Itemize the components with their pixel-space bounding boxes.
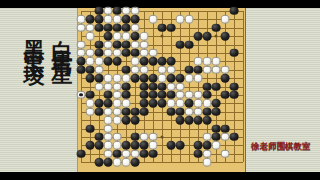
black-stone — [212, 99, 221, 107]
white-stone — [131, 57, 140, 65]
white-stone — [113, 133, 122, 141]
white-stone — [176, 91, 185, 99]
black-stone — [131, 49, 140, 57]
black-stone — [95, 133, 104, 141]
black-stone — [176, 40, 185, 48]
black-stone — [122, 116, 131, 124]
white-stone — [212, 66, 221, 74]
black-stone — [131, 141, 140, 149]
white-stone — [86, 57, 95, 65]
white-stone — [203, 150, 212, 158]
black-stone — [113, 57, 122, 65]
white-player-column: 白唐韦星 — [51, 23, 73, 55]
star-point — [161, 136, 164, 139]
black-stone — [230, 7, 239, 15]
last-move-marker — [79, 93, 82, 96]
white-stone — [194, 57, 203, 65]
black-stone — [185, 99, 194, 107]
white-stone — [113, 32, 122, 40]
black-stone — [131, 116, 140, 124]
white-stone — [104, 49, 113, 57]
white-stone — [140, 133, 149, 141]
black-stone — [212, 133, 221, 141]
black-stone — [185, 66, 194, 74]
white-stone — [122, 32, 131, 40]
white-stone — [113, 82, 122, 90]
black-stone — [176, 116, 185, 124]
black-stone — [221, 74, 230, 82]
black-stone — [131, 32, 140, 40]
white-stone — [167, 66, 176, 74]
white-stone — [113, 158, 122, 166]
black-stone — [113, 7, 122, 15]
black-stone — [149, 91, 158, 99]
black-stone — [140, 141, 149, 149]
black-stone — [194, 66, 203, 74]
white-stone — [149, 49, 158, 57]
white-stone — [122, 158, 131, 166]
black-stone — [140, 99, 149, 107]
black-stone — [95, 108, 104, 116]
white-stone — [122, 150, 131, 158]
black-stone — [122, 24, 131, 32]
black-stone — [95, 141, 104, 149]
white-stone — [122, 74, 131, 82]
black-stone — [95, 40, 104, 48]
white-stone — [95, 82, 104, 90]
black-stone — [185, 116, 194, 124]
black-stone — [167, 74, 176, 82]
white-stone — [104, 116, 113, 124]
black-stone — [86, 15, 95, 23]
black-stone — [86, 91, 95, 99]
white-stone — [131, 40, 140, 48]
black-stone — [113, 150, 122, 158]
black-stone — [122, 82, 131, 90]
black-stone — [140, 108, 149, 116]
black-stone — [122, 108, 131, 116]
black-stone — [122, 15, 131, 23]
black-stone — [158, 24, 167, 32]
marked-white-stone — [77, 91, 86, 99]
black-stone — [230, 49, 239, 57]
white-stone — [149, 141, 158, 149]
white-stone — [176, 82, 185, 90]
white-stone — [104, 141, 113, 149]
black-stone — [212, 24, 221, 32]
white-stone — [131, 66, 140, 74]
black-stone — [122, 40, 131, 48]
white-player-name: 唐韦星 — [50, 31, 74, 55]
black-stone — [230, 82, 239, 90]
black-stone — [167, 57, 176, 65]
white-stone — [149, 15, 158, 23]
white-stone — [203, 158, 212, 166]
white-stone — [104, 74, 113, 82]
black-stone — [95, 49, 104, 57]
black-stone — [131, 158, 140, 166]
black-stone — [140, 57, 149, 65]
white-stone — [194, 91, 203, 99]
black-stone — [131, 108, 140, 116]
black-stone — [203, 141, 212, 149]
black-stone — [221, 124, 230, 132]
letterbox-bar-top — [0, 0, 320, 8]
white-stone — [113, 99, 122, 107]
white-stone — [185, 91, 194, 99]
white-stone — [194, 74, 203, 82]
white-stone — [113, 116, 122, 124]
black-stone — [104, 57, 113, 65]
white-stone — [167, 99, 176, 107]
white-stone — [77, 24, 86, 32]
white-stone — [212, 57, 221, 65]
black-stone — [122, 49, 131, 57]
black-stone — [131, 133, 140, 141]
black-stone — [203, 32, 212, 40]
black-stone — [86, 74, 95, 82]
white-stone — [104, 133, 113, 141]
black-stone — [167, 108, 176, 116]
white-stone — [194, 108, 203, 116]
black-stone — [203, 82, 212, 90]
black-stone — [140, 150, 149, 158]
white-stone — [131, 150, 140, 158]
go-board — [77, 8, 246, 172]
white-stone — [158, 74, 167, 82]
letterbox-bar-bottom — [0, 172, 320, 180]
white-stone — [104, 82, 113, 90]
black-stone — [140, 91, 149, 99]
black-stone — [140, 74, 149, 82]
black-stone — [122, 66, 131, 74]
white-stone — [221, 133, 230, 141]
white-stone — [194, 99, 203, 107]
white-stone — [113, 108, 122, 116]
black-stone — [194, 150, 203, 158]
black-stone — [230, 91, 239, 99]
white-stone — [203, 133, 212, 141]
white-stone — [104, 7, 113, 15]
white-stone — [221, 66, 230, 74]
black-stone — [149, 57, 158, 65]
white-stone — [113, 91, 122, 99]
black-stone — [176, 108, 185, 116]
white-stone — [221, 150, 230, 158]
black-stone — [149, 99, 158, 107]
black-stone — [77, 150, 86, 158]
black-stone — [77, 66, 86, 74]
white-stone — [95, 66, 104, 74]
white-stone — [167, 82, 176, 90]
black-stone — [95, 7, 104, 15]
white-stone — [113, 141, 122, 149]
white-stone — [221, 15, 230, 23]
white-stone — [104, 150, 113, 158]
black-stone — [149, 82, 158, 90]
black-stone — [212, 124, 221, 132]
black-player-name: 申旻埈 — [22, 31, 46, 55]
black-stone — [95, 99, 104, 107]
white-stone — [149, 133, 158, 141]
white-stone — [122, 7, 131, 15]
black-stone — [167, 24, 176, 32]
black-stone — [77, 57, 86, 65]
white-stone — [86, 99, 95, 107]
black-stone — [95, 74, 104, 82]
black-stone — [194, 116, 203, 124]
black-stone — [158, 57, 167, 65]
black-stone — [221, 32, 230, 40]
white-stone — [203, 99, 212, 107]
black-stone — [203, 91, 212, 99]
white-stone — [122, 99, 131, 107]
white-stone — [86, 24, 95, 32]
white-stone — [104, 40, 113, 48]
white-stone — [131, 7, 140, 15]
black-stone — [194, 141, 203, 149]
black-stone — [104, 158, 113, 166]
black-stone — [95, 158, 104, 166]
black-stone — [95, 15, 104, 23]
white-stone — [140, 66, 149, 74]
black-stone — [194, 32, 203, 40]
white-stone — [140, 32, 149, 40]
white-stone — [185, 15, 194, 23]
white-stone — [113, 74, 122, 82]
black-player-label: 黑 — [22, 23, 46, 31]
white-stone — [113, 15, 122, 23]
black-stone — [104, 91, 113, 99]
white-stone — [140, 40, 149, 48]
white-stone — [203, 66, 212, 74]
black-stone — [158, 91, 167, 99]
frame-background: 黑申旻埈 白唐韦星 徐老师围棋教室 — [0, 8, 320, 172]
black-stone — [131, 74, 140, 82]
white-stone — [185, 108, 194, 116]
black-stone — [131, 15, 140, 23]
watermark-text: 徐老师围棋教室 — [251, 141, 311, 153]
black-player-column: 黑申旻埈 — [23, 23, 45, 55]
grid-line-vertical — [243, 11, 244, 162]
white-stone — [212, 141, 221, 149]
black-stone — [212, 82, 221, 90]
white-stone — [86, 32, 95, 40]
black-stone — [86, 124, 95, 132]
star-point — [161, 35, 164, 38]
black-stone — [140, 82, 149, 90]
white-stone — [86, 49, 95, 57]
black-stone — [203, 116, 212, 124]
black-stone — [203, 108, 212, 116]
black-stone — [212, 108, 221, 116]
black-stone — [104, 99, 113, 107]
black-stone — [185, 40, 194, 48]
white-stone — [104, 15, 113, 23]
black-stone — [221, 91, 230, 99]
white-stone — [140, 49, 149, 57]
black-stone — [113, 40, 122, 48]
black-stone — [104, 32, 113, 40]
star-point — [215, 35, 218, 38]
white-stone — [86, 108, 95, 116]
white-stone — [158, 66, 167, 74]
black-stone — [122, 91, 131, 99]
white-player-label: 白 — [50, 23, 74, 31]
black-stone — [167, 141, 176, 149]
white-stone — [77, 15, 86, 23]
black-stone — [230, 133, 239, 141]
white-stone — [203, 57, 212, 65]
black-stone — [167, 91, 176, 99]
video-frame: 黑申旻埈 白唐韦星 徐老师围棋教室 — [0, 0, 320, 180]
white-stone — [113, 49, 122, 57]
black-stone — [113, 24, 122, 32]
black-stone — [158, 99, 167, 107]
white-stone — [185, 74, 194, 82]
black-stone — [95, 24, 104, 32]
black-stone — [176, 141, 185, 149]
white-stone — [104, 108, 113, 116]
black-stone — [86, 66, 95, 74]
white-stone — [176, 15, 185, 23]
black-stone — [104, 24, 113, 32]
black-stone — [86, 141, 95, 149]
white-stone — [104, 124, 113, 132]
black-stone — [176, 74, 185, 82]
black-stone — [122, 141, 131, 149]
white-stone — [176, 99, 185, 107]
black-stone — [158, 82, 167, 90]
white-stone — [95, 57, 104, 65]
white-stone — [77, 49, 86, 57]
white-stone — [131, 24, 140, 32]
black-stone — [149, 74, 158, 82]
white-stone — [77, 40, 86, 48]
black-stone — [149, 150, 158, 158]
